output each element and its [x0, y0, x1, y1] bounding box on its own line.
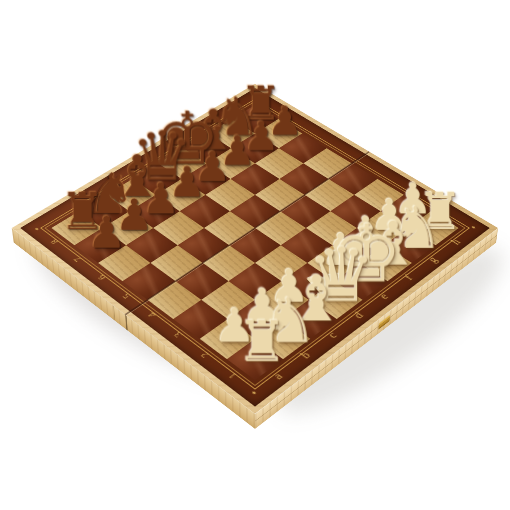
corner-ornament-icon: ♦ [33, 226, 40, 231]
piece-glyph: ♜ [237, 317, 288, 369]
piece-glyph: ♟ [87, 213, 126, 253]
product-photo-chess-set: ♦ ♦ ♦ ♦ abcdefgh 12345678 ♜♞♝♚♛♝♞♜♟♟♟♟♟♟… [0, 0, 510, 510]
chess-board-3d: ♦ ♦ ♦ ♦ abcdefgh 12345678 ♜♞♝♚♛♝♞♜♟♟♟♟♟♟… [12, 84, 498, 414]
corner-ornament-icon: ♦ [253, 95, 260, 99]
scene: ♦ ♦ ♦ ♦ abcdefgh 12345678 ♜♞♝♚♛♝♞♜♟♟♟♟♟♟… [0, 0, 510, 510]
box-lid-joint [113, 306, 115, 322]
corner-ornament-icon: ♦ [469, 225, 477, 230]
corner-ornament-icon: ♦ [249, 389, 257, 395]
